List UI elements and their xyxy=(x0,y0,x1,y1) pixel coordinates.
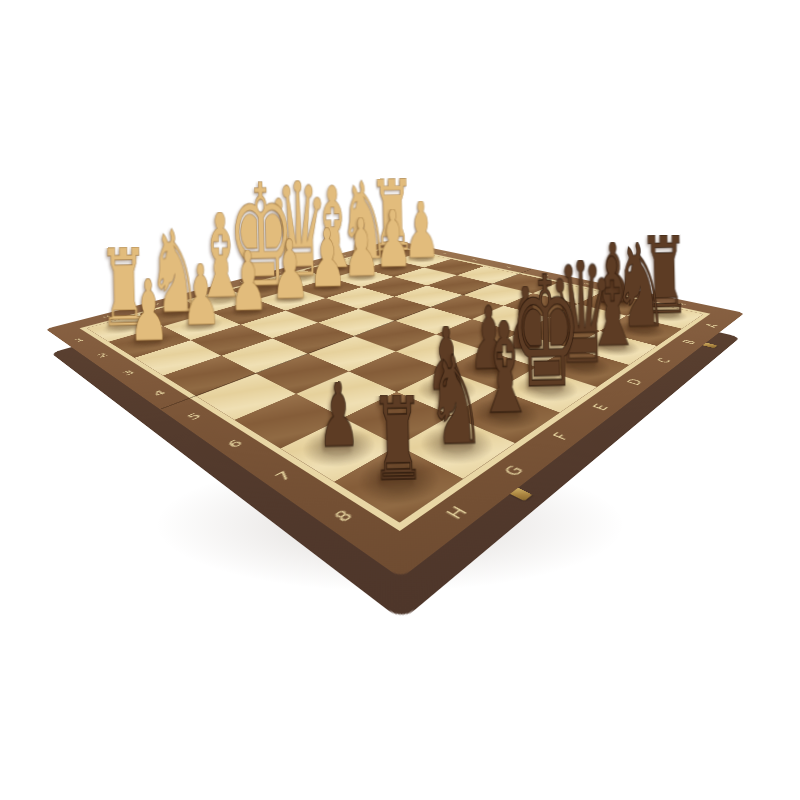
pawn-glyph-icon: ♟ xyxy=(308,227,347,291)
pawn-glyph-icon: ♟ xyxy=(270,237,310,302)
chess-set-photo: 12345678 12345678 ABCDEFGH ABCDEFGH ♜♞♟♝… xyxy=(0,0,800,800)
knight-glyph-icon: ♞ xyxy=(426,352,486,449)
pawn-glyph-icon: ♟ xyxy=(316,381,360,452)
pawn-glyph-icon: ♟ xyxy=(342,217,381,280)
pawn-glyph-icon: ♟ xyxy=(228,249,268,314)
rook-glyph-icon: ♜ xyxy=(370,395,426,486)
pawn-glyph-icon: ♟ xyxy=(128,278,169,345)
pawn-glyph-icon: ♟ xyxy=(181,263,222,329)
